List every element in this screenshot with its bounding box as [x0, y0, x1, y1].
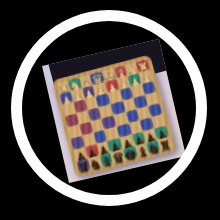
chessboard-photo: ♜♞♝♛♚♝♞♜♟♟♟♟♟♟♟♟♟♟♟♟♟♟♟♟♜♞♝♛♚♝♞♜: [42, 39, 186, 183]
board-square[interactable]: ♜: [157, 137, 172, 151]
chess-board: ♜♞♝♛♚♝♞♜♟♟♟♟♟♟♟♟♟♟♟♟♟♟♟♟♜♞♝♛♚♝♞♜: [52, 55, 177, 178]
avatar-background: ♜♞♝♛♚♝♞♜♟♟♟♟♟♟♟♟♟♟♟♟♟♟♟♟♜♞♝♛♚♝♞♜: [0, 0, 220, 220]
chess-piece[interactable]: ♜: [158, 138, 173, 153]
board-grid: ♜♞♝♛♚♝♞♜♟♟♟♟♟♟♟♟♟♟♟♟♟♟♟♟♜♞♝♛♚♝♞♜: [57, 59, 173, 173]
